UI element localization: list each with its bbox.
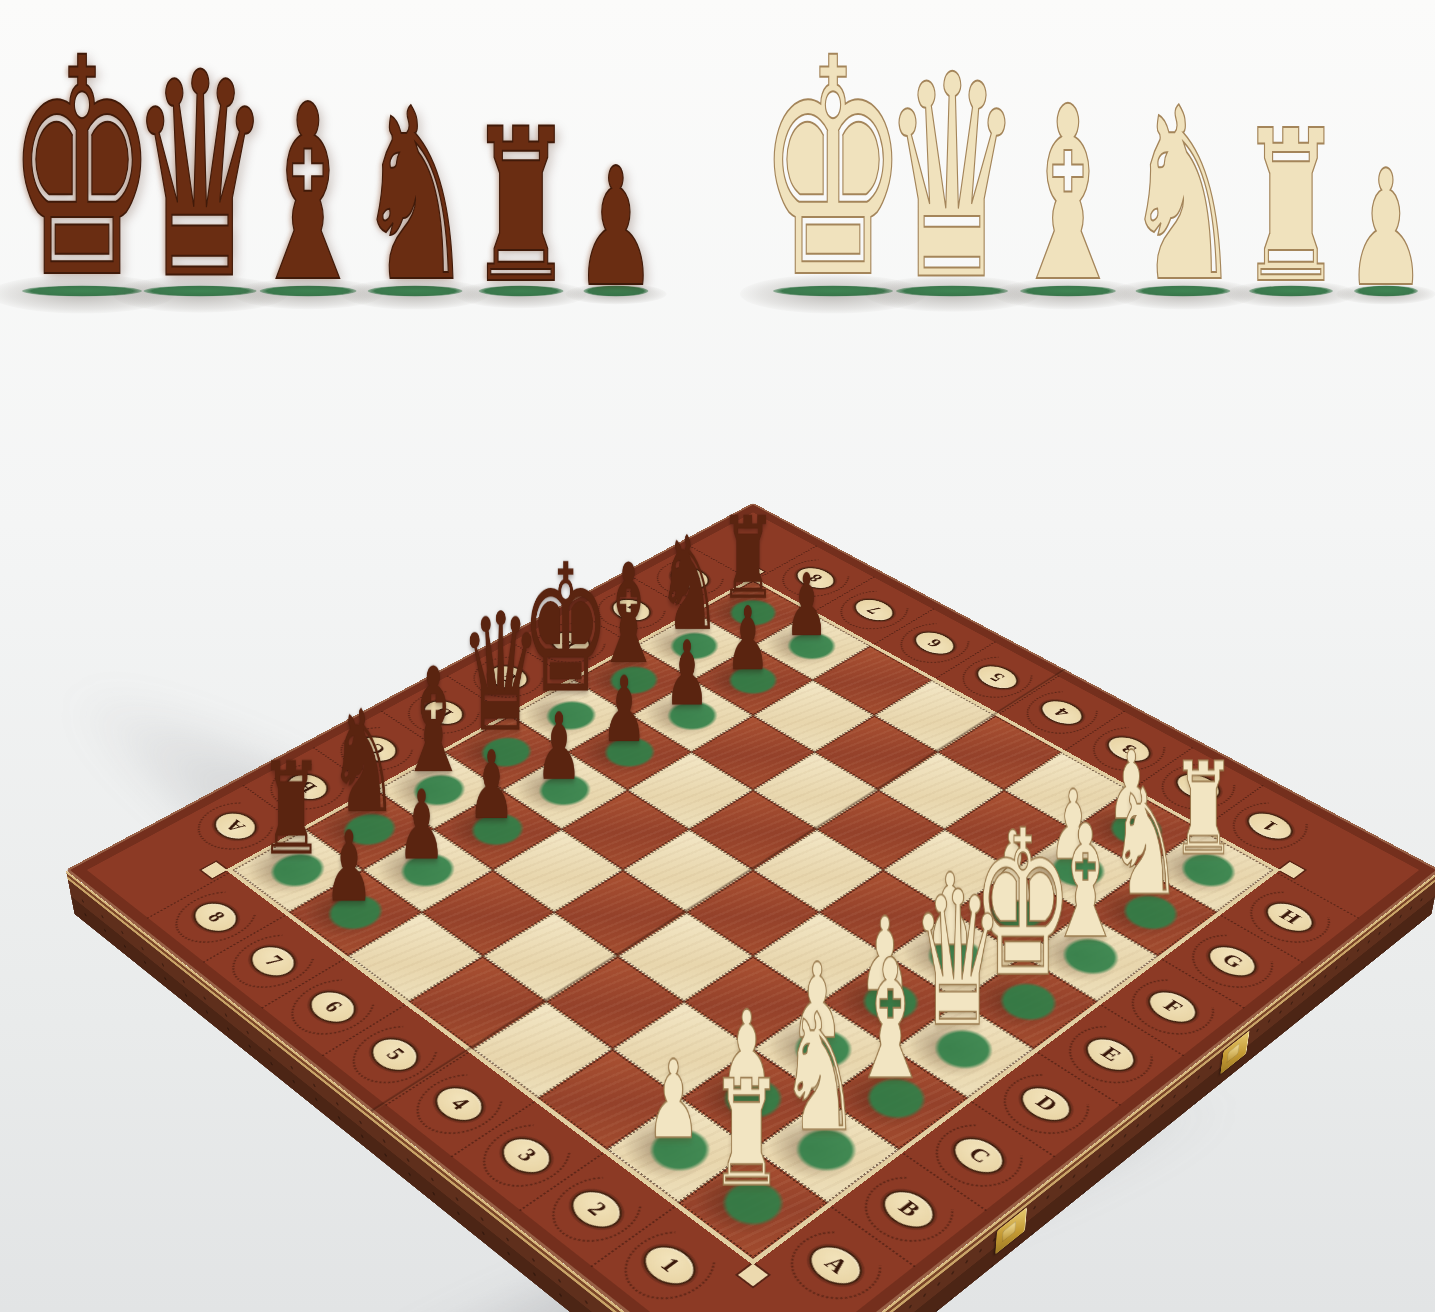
coord-label-d: D — [415, 695, 473, 730]
coord-label-3: 3 — [492, 1130, 562, 1181]
swirl-engraving — [772, 1218, 900, 1312]
board-scene: 87654321 HGFEDCBA HGFEDCBA 87654321 ♜♟♟♜… — [267, 384, 1239, 1312]
swirl-engraving — [216, 924, 331, 999]
coord-label-a: A — [206, 807, 267, 846]
lineup-light-queen: ♛ — [882, 38, 1023, 318]
coord-label-1: 1 — [1239, 807, 1302, 846]
piece-black-pawn: ♟ — [601, 664, 647, 755]
coord-label-a: A — [799, 1238, 873, 1293]
coord-label-8: 8 — [788, 563, 843, 593]
coord-label-b: B — [873, 1183, 946, 1236]
swirl-engraving — [846, 1164, 971, 1256]
swirl-engraving — [1052, 1014, 1170, 1095]
piece-black-pawn: ♟ — [468, 738, 515, 832]
lineup-dark-pawn: ♟ — [575, 146, 657, 309]
swirl-engraving — [399, 1062, 520, 1147]
swirl-engraving — [1234, 881, 1345, 953]
lineup-light-rook: ♜ — [1238, 103, 1343, 313]
coord-label-1: 1 — [633, 1238, 707, 1293]
coord-label-h: H — [1257, 896, 1322, 938]
coord-label-2: 2 — [561, 1183, 633, 1236]
lineup-dark-bishop: ♝ — [247, 73, 368, 315]
lineup-light-bishop: ♝ — [1008, 75, 1128, 315]
piece-black-pawn: ♟ — [665, 629, 710, 719]
coord-label-7: 7 — [241, 939, 305, 982]
coord-label-c: C — [943, 1130, 1014, 1181]
coord-label-7: 7 — [846, 594, 902, 625]
lineup-light-knight: ♞ — [1123, 77, 1242, 315]
piece-black-rook: ♜ — [259, 745, 323, 873]
piece-lineups: ♚♛♝♞♜♟ ♚♛♝♞♜♟ — [0, 0, 1435, 330]
piece-black-pawn: ♟ — [726, 595, 770, 683]
coord-label-5: 5 — [362, 1031, 429, 1078]
piece-black-pawn: ♟ — [324, 818, 373, 916]
lineup-dark-knight: ♞ — [356, 78, 475, 315]
piece-white-rook: ♜ — [710, 1061, 784, 1208]
corner-inlay — [738, 1264, 768, 1287]
chess-board: 87654321 HGFEDCBA HGFEDCBA 87654321 ♜♟♟♜… — [66, 503, 1435, 1312]
piece-black-pawn: ♟ — [397, 777, 445, 873]
corner-inlay — [201, 862, 226, 878]
swirl-engraving — [160, 881, 273, 954]
coord-label-e: E — [1076, 1031, 1145, 1078]
swirl-engraving — [1176, 924, 1290, 999]
swirl-engraving — [534, 1164, 660, 1256]
coord-label-6: 6 — [906, 627, 963, 659]
lineup-light-pawn: ♟ — [1346, 149, 1426, 309]
swirl-engraving — [465, 1112, 588, 1200]
swirl-engraving — [275, 968, 392, 1046]
swirl-engraving — [606, 1218, 734, 1312]
coord-label-c: C — [348, 731, 407, 767]
coord-label-8: 8 — [185, 896, 248, 938]
coord-label-6: 6 — [300, 984, 366, 1029]
piece-white-pawn: ♟ — [646, 1046, 700, 1154]
swirl-engraving — [986, 1062, 1106, 1147]
swirl-engraving — [336, 1014, 455, 1095]
swirl-engraving — [918, 1112, 1041, 1200]
coord-label-f: F — [543, 627, 599, 659]
coord-label-h: H — [663, 563, 718, 593]
lineup-dark-rook: ♜ — [468, 101, 574, 313]
coord-label-f: F — [1139, 984, 1207, 1029]
swirl-engraving — [1115, 968, 1231, 1046]
coord-label-4: 4 — [425, 1080, 494, 1129]
coord-label-g: G — [604, 594, 659, 625]
coord-label-d: D — [1011, 1080, 1081, 1129]
piece-white-knight: ♞ — [779, 992, 860, 1154]
piece-black-pawn: ♟ — [536, 701, 583, 794]
coord-label-e: E — [480, 660, 537, 694]
coord-label-5: 5 — [969, 660, 1027, 694]
coord-label-4: 4 — [1033, 695, 1092, 730]
coord-label-g: G — [1199, 939, 1266, 982]
piece-white-bishop: ♝ — [849, 937, 932, 1102]
